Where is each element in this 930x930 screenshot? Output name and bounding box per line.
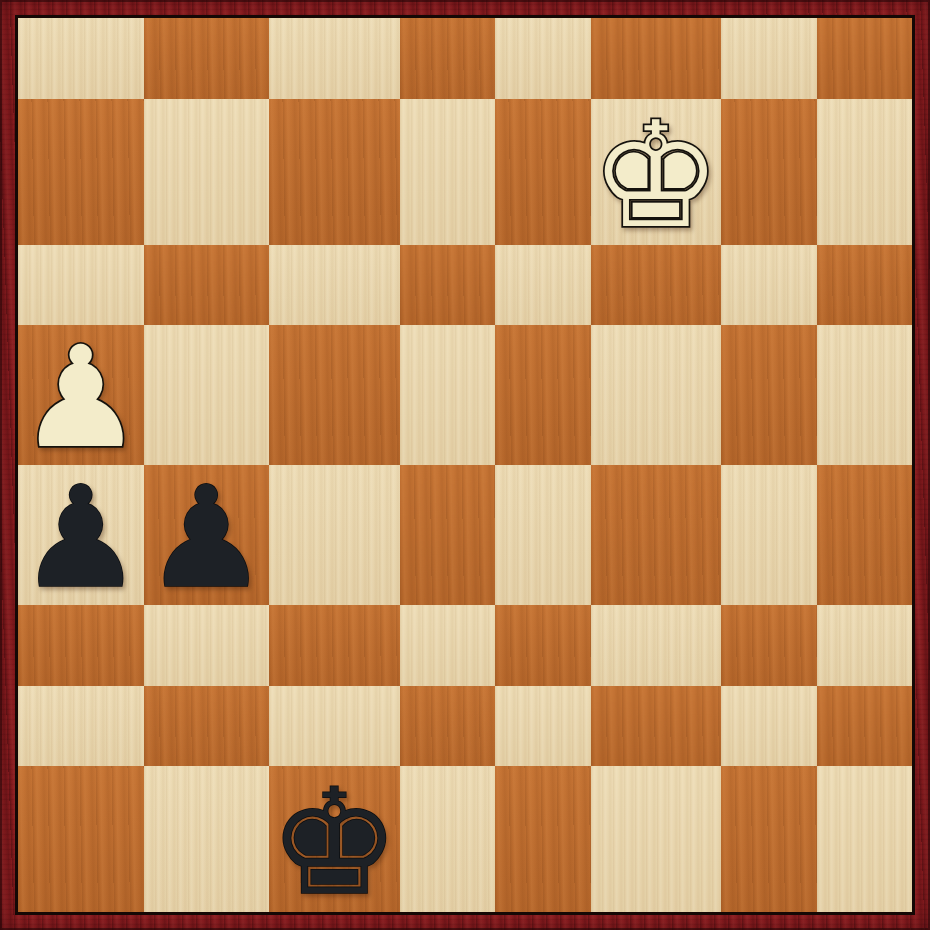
- square-b7[interactable]: [144, 99, 270, 245]
- square-g1[interactable]: [721, 766, 816, 912]
- square-e6[interactable]: [495, 245, 590, 326]
- square-h6[interactable]: [817, 245, 912, 326]
- square-d8[interactable]: [400, 18, 495, 99]
- square-b8[interactable]: [144, 18, 270, 99]
- square-b5[interactable]: [144, 325, 270, 465]
- square-h2[interactable]: [817, 686, 912, 767]
- square-g3[interactable]: [721, 605, 816, 686]
- square-g2[interactable]: [721, 686, 816, 767]
- square-g7[interactable]: [721, 99, 816, 245]
- square-d3[interactable]: [400, 605, 495, 686]
- square-d7[interactable]: [400, 99, 495, 245]
- square-a3[interactable]: [18, 605, 144, 686]
- square-b2[interactable]: [144, 686, 270, 767]
- square-a4[interactable]: ♟: [18, 465, 144, 605]
- square-c7[interactable]: [269, 99, 400, 245]
- board-frame: ♚♟♟♟♚: [0, 0, 930, 930]
- square-c1[interactable]: ♚: [269, 766, 400, 912]
- square-f6[interactable]: [591, 245, 722, 326]
- square-d4[interactable]: [400, 465, 495, 605]
- square-e1[interactable]: [495, 766, 590, 912]
- square-h7[interactable]: [817, 99, 912, 245]
- square-e5[interactable]: [495, 325, 590, 465]
- square-g4[interactable]: [721, 465, 816, 605]
- square-f4[interactable]: [591, 465, 722, 605]
- square-c8[interactable]: [269, 18, 400, 99]
- square-d6[interactable]: [400, 245, 495, 326]
- chess-board: ♚♟♟♟♚: [18, 18, 912, 912]
- black-pawn[interactable]: ♟: [18, 468, 144, 608]
- square-c2[interactable]: [269, 686, 400, 767]
- square-b3[interactable]: [144, 605, 270, 686]
- square-h4[interactable]: [817, 465, 912, 605]
- square-b4[interactable]: ♟: [144, 465, 270, 605]
- square-c4[interactable]: [269, 465, 400, 605]
- square-e2[interactable]: [495, 686, 590, 767]
- square-c5[interactable]: [269, 325, 400, 465]
- square-d5[interactable]: [400, 325, 495, 465]
- square-a6[interactable]: [18, 245, 144, 326]
- square-b1[interactable]: [144, 766, 270, 912]
- square-d2[interactable]: [400, 686, 495, 767]
- square-f7[interactable]: ♚: [591, 99, 722, 245]
- square-e7[interactable]: [495, 99, 590, 245]
- square-e8[interactable]: [495, 18, 590, 99]
- square-d1[interactable]: [400, 766, 495, 912]
- square-f5[interactable]: [591, 325, 722, 465]
- square-h3[interactable]: [817, 605, 912, 686]
- black-king[interactable]: ♚: [269, 769, 400, 915]
- square-h8[interactable]: [817, 18, 912, 99]
- square-f2[interactable]: [591, 686, 722, 767]
- square-e3[interactable]: [495, 605, 590, 686]
- square-e4[interactable]: [495, 465, 590, 605]
- square-c6[interactable]: [269, 245, 400, 326]
- square-a1[interactable]: [18, 766, 144, 912]
- white-pawn[interactable]: ♟: [18, 328, 144, 468]
- board-inner-border: ♚♟♟♟♚: [15, 15, 915, 915]
- square-g5[interactable]: [721, 325, 816, 465]
- square-g8[interactable]: [721, 18, 816, 99]
- square-a2[interactable]: [18, 686, 144, 767]
- black-pawn[interactable]: ♟: [144, 468, 270, 608]
- square-a5[interactable]: ♟: [18, 325, 144, 465]
- square-a7[interactable]: [18, 99, 144, 245]
- square-h5[interactable]: [817, 325, 912, 465]
- white-king[interactable]: ♚: [591, 101, 722, 247]
- square-f3[interactable]: [591, 605, 722, 686]
- square-f8[interactable]: [591, 18, 722, 99]
- square-b6[interactable]: [144, 245, 270, 326]
- square-h1[interactable]: [817, 766, 912, 912]
- square-c3[interactable]: [269, 605, 400, 686]
- square-a8[interactable]: [18, 18, 144, 99]
- square-f1[interactable]: [591, 766, 722, 912]
- square-g6[interactable]: [721, 245, 816, 326]
